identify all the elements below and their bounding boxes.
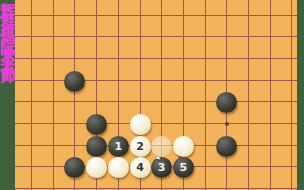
grid-line [270, 0, 271, 190]
grid-line [15, 15, 297, 16]
black-stone[interactable] [64, 71, 85, 92]
grid-line [248, 0, 249, 190]
banner-text: 辉群棋院来老师 [0, 0, 15, 68]
white-stone[interactable] [86, 157, 107, 178]
move-number: 3 [158, 162, 166, 173]
white-stone[interactable] [173, 136, 194, 157]
video-frame: 辉群棋院来老师 12435➤ [0, 0, 304, 190]
black-stone[interactable] [64, 157, 85, 178]
right-banner [297, 0, 304, 190]
grid-line [205, 0, 206, 190]
grid-line [291, 0, 292, 190]
star-point [225, 122, 229, 126]
grid-line [15, 123, 297, 124]
move-number: 2 [136, 141, 144, 152]
white-stone[interactable] [108, 157, 129, 178]
left-banner: 辉群棋院来老师 [0, 0, 15, 190]
ghost-white-stone[interactable] [151, 136, 172, 157]
grid-line [15, 58, 297, 59]
grid-line [53, 0, 54, 190]
grid-line [15, 101, 297, 102]
grid-line [15, 36, 297, 37]
black-stone[interactable] [216, 136, 237, 157]
grid-line [15, 188, 297, 189]
black-stone[interactable]: 1 [108, 136, 129, 157]
move-number: 4 [136, 162, 144, 173]
black-stone[interactable] [216, 92, 237, 113]
black-stone[interactable] [86, 136, 107, 157]
white-stone[interactable]: 4 [130, 157, 151, 178]
move-number: 1 [114, 141, 122, 152]
black-stone[interactable]: 5 [173, 157, 194, 178]
grid-line [15, 80, 297, 81]
grid-line [31, 0, 32, 190]
black-stone[interactable] [86, 114, 107, 135]
white-stone[interactable]: 2 [130, 136, 151, 157]
white-stone[interactable] [130, 114, 151, 135]
go-board[interactable]: 12435➤ [15, 0, 297, 190]
move-number: 5 [180, 162, 188, 173]
